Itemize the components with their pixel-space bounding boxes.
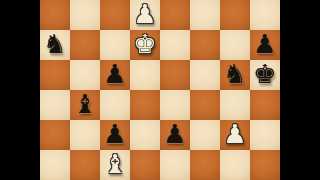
square-e2[interactable] (160, 150, 190, 180)
square-c4[interactable] (100, 90, 130, 120)
letterbox-left (0, 0, 40, 180)
square-g2[interactable] (220, 150, 250, 180)
square-d7[interactable]: ♟ (130, 0, 160, 30)
square-c7[interactable] (100, 0, 130, 30)
square-e5[interactable] (160, 60, 190, 90)
square-e3[interactable]: ♟ (160, 120, 190, 150)
letterbox-right (280, 0, 320, 180)
black-knight-g5: ♞ (220, 60, 250, 90)
video-frame: ♟♞♚♟♟♞♚♝♟♟♟♝ (0, 0, 320, 180)
black-knight-a6: ♞ (40, 30, 70, 60)
white-bishop-c2: ♝ (100, 150, 130, 180)
square-h5[interactable]: ♚ (250, 60, 280, 90)
square-f2[interactable] (190, 150, 220, 180)
square-d2[interactable] (130, 150, 160, 180)
square-g6[interactable] (220, 30, 250, 60)
square-g3[interactable]: ♟ (220, 120, 250, 150)
square-h7[interactable] (250, 0, 280, 30)
square-c5[interactable]: ♟ (100, 60, 130, 90)
square-d3[interactable] (130, 120, 160, 150)
square-e6[interactable] (160, 30, 190, 60)
square-b7[interactable] (70, 0, 100, 30)
square-a5[interactable] (40, 60, 70, 90)
black-pawn-h6: ♟ (250, 30, 280, 60)
black-king-h5: ♚ (250, 60, 280, 90)
white-pawn-g3: ♟ (220, 120, 250, 150)
square-f4[interactable] (190, 90, 220, 120)
square-a6[interactable]: ♞ (40, 30, 70, 60)
square-f6[interactable] (190, 30, 220, 60)
square-b4[interactable]: ♝ (70, 90, 100, 120)
square-g7[interactable] (220, 0, 250, 30)
white-king-d6: ♚ (130, 30, 160, 60)
black-bishop-b4: ♝ (70, 90, 100, 120)
square-c2[interactable]: ♝ (100, 150, 130, 180)
square-d6[interactable]: ♚ (130, 30, 160, 60)
black-pawn-e3: ♟ (160, 120, 190, 150)
square-h6[interactable]: ♟ (250, 30, 280, 60)
black-pawn-c5: ♟ (100, 60, 130, 90)
square-c3[interactable]: ♟ (100, 120, 130, 150)
square-h2[interactable] (250, 150, 280, 180)
chess-board: ♟♞♚♟♟♞♚♝♟♟♟♝ (40, 0, 280, 180)
square-e4[interactable] (160, 90, 190, 120)
square-b5[interactable] (70, 60, 100, 90)
white-pawn-d7: ♟ (130, 0, 160, 30)
square-h4[interactable] (250, 90, 280, 120)
square-a2[interactable] (40, 150, 70, 180)
square-b2[interactable] (70, 150, 100, 180)
square-g4[interactable] (220, 90, 250, 120)
square-d4[interactable] (130, 90, 160, 120)
square-f5[interactable] (190, 60, 220, 90)
square-b6[interactable] (70, 30, 100, 60)
square-g5[interactable]: ♞ (220, 60, 250, 90)
square-h3[interactable] (250, 120, 280, 150)
square-e7[interactable] (160, 0, 190, 30)
black-pawn-c3: ♟ (100, 120, 130, 150)
square-a3[interactable] (40, 120, 70, 150)
square-b3[interactable] (70, 120, 100, 150)
square-a4[interactable] (40, 90, 70, 120)
square-a7[interactable] (40, 0, 70, 30)
square-d5[interactable] (130, 60, 160, 90)
square-c6[interactable] (100, 30, 130, 60)
square-f3[interactable] (190, 120, 220, 150)
square-f7[interactable] (190, 0, 220, 30)
